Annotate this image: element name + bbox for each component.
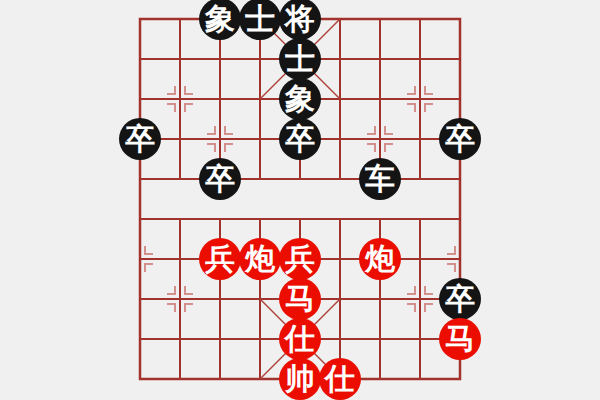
black-advisor-glyph: 士: [245, 4, 275, 34]
black-soldier[interactable]: 卒: [279, 118, 321, 160]
pieces-layer: 象士将士象卒卒卒卒车兵炮兵炮马卒仕马帅仕: [0, 0, 600, 400]
red-soldier[interactable]: 兵: [199, 238, 241, 280]
black-elephant-glyph: 象: [205, 4, 235, 34]
red-horse[interactable]: 马: [279, 278, 321, 320]
xiangqi-board: 象士将士象卒卒卒卒车兵炮兵炮马卒仕马帅仕: [0, 0, 600, 400]
black-advisor[interactable]: 士: [239, 0, 281, 40]
red-soldier[interactable]: 兵: [279, 238, 321, 280]
black-soldier-glyph: 卒: [445, 124, 475, 154]
red-advisor-glyph: 仕: [325, 364, 355, 394]
red-soldier-glyph: 兵: [205, 244, 235, 274]
red-horse-glyph: 马: [445, 324, 475, 354]
black-soldier-glyph: 卒: [125, 124, 155, 154]
black-soldier-glyph: 卒: [205, 164, 235, 194]
red-general[interactable]: 帅: [279, 358, 321, 400]
red-general-glyph: 帅: [285, 364, 315, 394]
red-soldier-glyph: 兵: [285, 244, 315, 274]
black-elephant[interactable]: 象: [279, 78, 321, 120]
black-soldier[interactable]: 卒: [119, 118, 161, 160]
black-soldier[interactable]: 卒: [439, 278, 481, 320]
red-advisor[interactable]: 仕: [279, 318, 321, 360]
red-horse-glyph: 马: [285, 284, 315, 314]
black-advisor[interactable]: 士: [279, 38, 321, 80]
red-cannon-glyph: 炮: [245, 244, 275, 274]
black-chariot-glyph: 车: [365, 164, 395, 194]
red-advisor[interactable]: 仕: [319, 358, 361, 400]
black-advisor-glyph: 士: [285, 44, 315, 74]
black-soldier[interactable]: 卒: [439, 118, 481, 160]
black-general[interactable]: 将: [279, 0, 321, 40]
black-elephant-glyph: 象: [285, 84, 315, 114]
black-soldier[interactable]: 卒: [199, 158, 241, 200]
black-elephant[interactable]: 象: [199, 0, 241, 40]
red-horse[interactable]: 马: [439, 318, 481, 360]
black-soldier-glyph: 卒: [445, 284, 475, 314]
red-cannon-glyph: 炮: [365, 244, 395, 274]
red-advisor-glyph: 仕: [285, 324, 315, 354]
red-cannon[interactable]: 炮: [239, 238, 281, 280]
black-general-glyph: 将: [285, 4, 315, 34]
black-soldier-glyph: 卒: [285, 124, 315, 154]
red-cannon[interactable]: 炮: [359, 238, 401, 280]
black-chariot[interactable]: 车: [359, 158, 401, 200]
